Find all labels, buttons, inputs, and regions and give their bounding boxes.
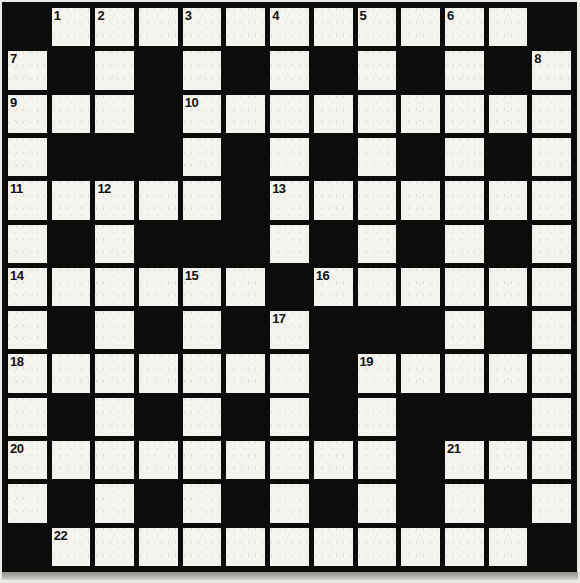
clue-number: 2 <box>97 9 104 23</box>
clue-number: 16 <box>316 269 329 283</box>
white-cell-5-13[interactable] <box>532 181 571 219</box>
white-cell-9-2[interactable] <box>52 354 91 392</box>
white-cell-2-13[interactable]: 8 <box>532 51 571 89</box>
white-cell-13-2[interactable]: 22 <box>52 528 91 566</box>
white-cell-1-2[interactable]: 1 <box>52 8 91 46</box>
crossword-grid: 12345678910111213141516171819202122 <box>8 8 571 566</box>
clue-number: 22 <box>54 529 67 543</box>
white-cell-12-7[interactable] <box>270 484 309 522</box>
scan-artifact-strip <box>2 572 578 580</box>
white-cell-11-13[interactable] <box>532 441 571 479</box>
white-cell-12-3[interactable] <box>95 484 134 522</box>
clue-number: 19 <box>360 355 373 369</box>
black-cell-4-6 <box>226 138 265 176</box>
black-cell-2-6 <box>226 51 265 89</box>
white-cell-9-6[interactable] <box>226 354 265 392</box>
clue-number: 11 <box>10 182 23 196</box>
white-cell-13-5[interactable] <box>183 528 222 566</box>
clue-number: 9 <box>10 96 17 110</box>
white-cell-4-1[interactable] <box>8 138 47 176</box>
black-cell-12-4 <box>139 484 178 522</box>
white-cell-2-5[interactable] <box>183 51 222 89</box>
white-cell-7-6[interactable] <box>226 268 265 306</box>
black-cell-13-13 <box>532 528 571 566</box>
black-cell-4-3 <box>95 138 134 176</box>
white-cell-9-13[interactable] <box>532 354 571 392</box>
white-cell-11-5[interactable] <box>183 441 222 479</box>
clue-number: 17 <box>272 312 285 326</box>
black-cell-6-6 <box>226 225 265 263</box>
white-cell-10-1[interactable] <box>8 398 47 436</box>
black-cell-7-7 <box>270 268 309 306</box>
white-cell-9-1[interactable]: 18 <box>8 354 47 392</box>
black-cell-10-12 <box>489 398 528 436</box>
black-cell-4-2 <box>52 138 91 176</box>
white-cell-3-10[interactable] <box>401 95 440 133</box>
black-cell-4-4 <box>139 138 178 176</box>
clue-number: 3 <box>185 9 192 23</box>
white-cell-9-3[interactable] <box>95 354 134 392</box>
white-cell-7-10[interactable] <box>401 268 440 306</box>
black-cell-10-8 <box>314 398 353 436</box>
black-cell-8-4 <box>139 311 178 349</box>
white-cell-7-13[interactable] <box>532 268 571 306</box>
black-cell-6-12 <box>489 225 528 263</box>
white-cell-1-9[interactable]: 5 <box>358 8 397 46</box>
white-cell-3-8[interactable] <box>314 95 353 133</box>
white-cell-10-9[interactable] <box>358 398 397 436</box>
black-cell-3-4 <box>139 95 178 133</box>
black-cell-12-8 <box>314 484 353 522</box>
white-cell-13-6[interactable] <box>226 528 265 566</box>
white-cell-3-11[interactable] <box>445 95 484 133</box>
white-cell-5-1[interactable]: 11 <box>8 181 47 219</box>
white-cell-2-9[interactable] <box>358 51 397 89</box>
black-cell-4-10 <box>401 138 440 176</box>
black-cell-6-10 <box>401 225 440 263</box>
white-cell-1-3[interactable]: 2 <box>95 8 134 46</box>
clue-number: 20 <box>10 442 23 456</box>
white-cell-12-13[interactable] <box>532 484 571 522</box>
white-cell-8-11[interactable] <box>445 311 484 349</box>
white-cell-3-2[interactable] <box>52 95 91 133</box>
white-cell-13-7[interactable] <box>270 528 309 566</box>
white-cell-1-5[interactable]: 3 <box>183 8 222 46</box>
black-cell-11-10 <box>401 441 440 479</box>
clue-number: 8 <box>534 52 541 66</box>
white-cell-11-6[interactable] <box>226 441 265 479</box>
white-cell-5-4[interactable] <box>139 181 178 219</box>
white-cell-12-5[interactable] <box>183 484 222 522</box>
clue-number: 13 <box>272 182 285 196</box>
clue-number: 21 <box>447 442 460 456</box>
black-cell-1-13 <box>532 8 571 46</box>
white-cell-7-4[interactable] <box>139 268 178 306</box>
white-cell-5-10[interactable] <box>401 181 440 219</box>
white-cell-4-5[interactable] <box>183 138 222 176</box>
white-cell-4-7[interactable] <box>270 138 309 176</box>
white-cell-7-5[interactable]: 15 <box>183 268 222 306</box>
white-cell-6-1[interactable] <box>8 225 47 263</box>
white-cell-9-10[interactable] <box>401 354 440 392</box>
white-cell-8-7[interactable]: 17 <box>270 311 309 349</box>
white-cell-9-11[interactable] <box>445 354 484 392</box>
white-cell-9-7[interactable] <box>270 354 309 392</box>
white-cell-13-11[interactable] <box>445 528 484 566</box>
clue-number: 12 <box>97 182 110 196</box>
clue-number: 7 <box>10 52 17 66</box>
black-cell-2-4 <box>139 51 178 89</box>
white-cell-1-6[interactable] <box>226 8 265 46</box>
white-cell-12-11[interactable] <box>445 484 484 522</box>
black-cell-5-6 <box>226 181 265 219</box>
black-cell-1-1 <box>8 8 47 46</box>
white-cell-7-1[interactable]: 14 <box>8 268 47 306</box>
white-cell-4-9[interactable] <box>358 138 397 176</box>
white-cell-3-6[interactable] <box>226 95 265 133</box>
black-cell-6-2 <box>52 225 91 263</box>
black-cell-9-8 <box>314 354 353 392</box>
white-cell-11-7[interactable] <box>270 441 309 479</box>
black-cell-6-8 <box>314 225 353 263</box>
white-cell-6-9[interactable] <box>358 225 397 263</box>
white-cell-5-2[interactable] <box>52 181 91 219</box>
white-cell-3-5[interactable]: 10 <box>183 95 222 133</box>
white-cell-13-3[interactable] <box>95 528 134 566</box>
white-cell-3-3[interactable] <box>95 95 134 133</box>
clue-number: 6 <box>447 9 454 23</box>
white-cell-8-3[interactable] <box>95 311 134 349</box>
clue-number: 4 <box>272 9 279 23</box>
white-cell-13-12[interactable] <box>489 528 528 566</box>
white-cell-2-7[interactable] <box>270 51 309 89</box>
white-cell-9-5[interactable] <box>183 354 222 392</box>
clue-number: 18 <box>10 355 23 369</box>
black-cell-8-8 <box>314 311 353 349</box>
black-cell-2-2 <box>52 51 91 89</box>
white-cell-7-3[interactable] <box>95 268 134 306</box>
black-cell-10-4 <box>139 398 178 436</box>
white-cell-11-9[interactable] <box>358 441 397 479</box>
black-cell-8-9 <box>358 311 397 349</box>
white-cell-13-10[interactable] <box>401 528 440 566</box>
black-cell-12-6 <box>226 484 265 522</box>
white-cell-7-8[interactable]: 16 <box>314 268 353 306</box>
white-cell-12-1[interactable] <box>8 484 47 522</box>
white-cell-3-9[interactable] <box>358 95 397 133</box>
white-cell-11-3[interactable] <box>95 441 134 479</box>
black-cell-4-8 <box>314 138 353 176</box>
white-cell-10-13[interactable] <box>532 398 571 436</box>
white-cell-7-9[interactable] <box>358 268 397 306</box>
white-cell-11-12[interactable] <box>489 441 528 479</box>
white-cell-8-13[interactable] <box>532 311 571 349</box>
white-cell-2-11[interactable] <box>445 51 484 89</box>
black-cell-8-10 <box>401 311 440 349</box>
white-cell-13-9[interactable] <box>358 528 397 566</box>
black-cell-8-2 <box>52 311 91 349</box>
white-cell-5-3[interactable]: 12 <box>95 181 134 219</box>
clue-number: 10 <box>185 96 198 110</box>
white-cell-7-11[interactable] <box>445 268 484 306</box>
black-cell-6-4 <box>139 225 178 263</box>
white-cell-1-10[interactable] <box>401 8 440 46</box>
black-cell-10-11 <box>445 398 484 436</box>
scanned-crossword-page: 12345678910111213141516171819202122 <box>0 0 580 583</box>
white-cell-9-12[interactable] <box>489 354 528 392</box>
white-cell-8-1[interactable] <box>8 311 47 349</box>
white-cell-1-11[interactable]: 6 <box>445 8 484 46</box>
black-cell-10-10 <box>401 398 440 436</box>
white-cell-3-13[interactable] <box>532 95 571 133</box>
black-cell-12-10 <box>401 484 440 522</box>
white-cell-5-11[interactable] <box>445 181 484 219</box>
black-cell-13-1 <box>8 528 47 566</box>
white-cell-5-8[interactable] <box>314 181 353 219</box>
black-cell-4-12 <box>489 138 528 176</box>
white-cell-6-13[interactable] <box>532 225 571 263</box>
white-cell-3-1[interactable]: 9 <box>8 95 47 133</box>
black-cell-6-5 <box>183 225 222 263</box>
white-cell-13-8[interactable] <box>314 528 353 566</box>
clue-number: 1 <box>54 9 61 23</box>
white-cell-12-9[interactable] <box>358 484 397 522</box>
white-cell-5-7[interactable]: 13 <box>270 181 309 219</box>
black-cell-10-6 <box>226 398 265 436</box>
white-cell-5-12[interactable] <box>489 181 528 219</box>
white-cell-1-12[interactable] <box>489 8 528 46</box>
white-cell-7-12[interactable] <box>489 268 528 306</box>
crossword-board-frame: 12345678910111213141516171819202122 <box>2 2 577 572</box>
white-cell-2-3[interactable] <box>95 51 134 89</box>
black-cell-10-2 <box>52 398 91 436</box>
white-cell-11-8[interactable] <box>314 441 353 479</box>
white-cell-5-5[interactable] <box>183 181 222 219</box>
white-cell-3-7[interactable] <box>270 95 309 133</box>
clue-number: 15 <box>185 269 198 283</box>
black-cell-12-2 <box>52 484 91 522</box>
white-cell-8-5[interactable] <box>183 311 222 349</box>
white-cell-13-4[interactable] <box>139 528 178 566</box>
white-cell-11-2[interactable] <box>52 441 91 479</box>
black-cell-12-12 <box>489 484 528 522</box>
black-cell-8-12 <box>489 311 528 349</box>
white-cell-2-1[interactable]: 7 <box>8 51 47 89</box>
white-cell-4-13[interactable] <box>532 138 571 176</box>
white-cell-5-9[interactable] <box>358 181 397 219</box>
white-cell-11-1[interactable]: 20 <box>8 441 47 479</box>
black-cell-8-6 <box>226 311 265 349</box>
white-cell-1-4[interactable] <box>139 8 178 46</box>
white-cell-7-2[interactable] <box>52 268 91 306</box>
white-cell-1-7[interactable]: 4 <box>270 8 309 46</box>
white-cell-9-4[interactable] <box>139 354 178 392</box>
white-cell-1-8[interactable] <box>314 8 353 46</box>
black-cell-2-10 <box>401 51 440 89</box>
black-cell-2-12 <box>489 51 528 89</box>
white-cell-3-12[interactable] <box>489 95 528 133</box>
white-cell-10-3[interactable] <box>95 398 134 436</box>
black-cell-2-8 <box>314 51 353 89</box>
clue-number: 5 <box>360 9 367 23</box>
white-cell-6-7[interactable] <box>270 225 309 263</box>
white-cell-4-11[interactable] <box>445 138 484 176</box>
clue-number: 14 <box>10 269 23 283</box>
white-cell-11-4[interactable] <box>139 441 178 479</box>
white-cell-6-3[interactable] <box>95 225 134 263</box>
white-cell-11-11[interactable]: 21 <box>445 441 484 479</box>
white-cell-10-7[interactable] <box>270 398 309 436</box>
white-cell-6-11[interactable] <box>445 225 484 263</box>
white-cell-9-9[interactable]: 19 <box>358 354 397 392</box>
white-cell-10-5[interactable] <box>183 398 222 436</box>
